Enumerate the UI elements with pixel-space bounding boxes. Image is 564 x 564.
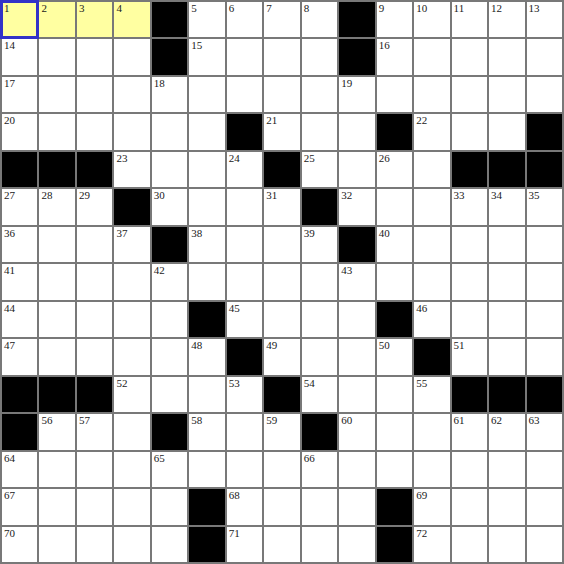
clue-number: 35	[529, 189, 540, 202]
cell-r11c10[interactable]	[339, 377, 374, 412]
clue-number: 28	[41, 189, 52, 202]
cell-r12c15[interactable]: 63	[527, 414, 562, 449]
cell-r1c6[interactable]: 5	[189, 2, 224, 37]
cell-r4c9[interactable]	[302, 114, 337, 149]
clue-number: 19	[341, 77, 352, 90]
cell-r3c8[interactable]	[264, 77, 299, 112]
cell-r8c8[interactable]	[264, 264, 299, 299]
black-cell-r15c11	[377, 527, 412, 562]
cell-r1c11[interactable]: 9	[377, 2, 412, 37]
cell-r14c9[interactable]	[302, 489, 337, 524]
cell-r15c5[interactable]	[152, 527, 187, 562]
cell-r4c2[interactable]	[39, 114, 74, 149]
cell-r1c3[interactable]: 3	[77, 2, 112, 37]
black-cell-r6c4	[114, 189, 149, 224]
cell-r5c11[interactable]: 26	[377, 152, 412, 187]
cell-r12c2[interactable]: 56	[39, 414, 74, 449]
cell-r11c11[interactable]	[377, 377, 412, 412]
clue-number: 51	[454, 339, 465, 352]
cell-r7c15[interactable]	[527, 227, 562, 262]
clue-number: 59	[266, 414, 277, 427]
cell-r7c14[interactable]	[489, 227, 524, 262]
cell-r6c10[interactable]: 32	[339, 189, 374, 224]
cell-r5c7[interactable]: 24	[227, 152, 262, 187]
black-cell-r5c14	[489, 152, 524, 187]
clue-number: 16	[379, 39, 390, 52]
cell-r8c2[interactable]	[39, 264, 74, 299]
black-cell-r7c5	[152, 227, 187, 262]
clue-number: 31	[266, 189, 277, 202]
cell-r15c9[interactable]	[302, 527, 337, 562]
clue-number: 57	[79, 414, 90, 427]
black-cell-r11c8	[264, 377, 299, 412]
cell-r4c10[interactable]	[339, 114, 374, 149]
clue-number: 58	[191, 414, 202, 427]
cell-r3c9[interactable]	[302, 77, 337, 112]
clue-number: 8	[304, 2, 310, 15]
cell-r10c10[interactable]	[339, 339, 374, 374]
cell-r2c11[interactable]: 16	[377, 39, 412, 74]
clue-number: 41	[4, 264, 15, 277]
cell-r4c1[interactable]: 20	[2, 114, 37, 149]
cell-r7c4[interactable]: 37	[114, 227, 149, 262]
black-cell-r12c9	[302, 414, 337, 449]
cell-r1c2[interactable]: 2	[39, 2, 74, 37]
cell-r3c2[interactable]	[39, 77, 74, 112]
cell-r14c10[interactable]	[339, 489, 374, 524]
cell-r13c7[interactable]	[227, 452, 262, 487]
cell-r7c9[interactable]: 39	[302, 227, 337, 262]
cell-r8c11[interactable]	[377, 264, 412, 299]
clue-number: 24	[229, 152, 240, 165]
cell-r1c12[interactable]: 10	[414, 2, 449, 37]
clue-number: 7	[266, 2, 272, 15]
clue-number: 37	[116, 227, 127, 240]
clue-number: 49	[266, 339, 277, 352]
cell-r12c10[interactable]: 60	[339, 414, 374, 449]
cell-r8c7[interactable]	[227, 264, 262, 299]
cell-r10c13[interactable]: 51	[452, 339, 487, 374]
cell-r3c4[interactable]	[114, 77, 149, 112]
black-cell-r5c8	[264, 152, 299, 187]
clue-number: 69	[416, 489, 427, 502]
cell-r9c10[interactable]	[339, 302, 374, 337]
clue-number: 5	[191, 2, 197, 15]
cell-r13c2[interactable]	[39, 452, 74, 487]
clue-number: 71	[229, 527, 240, 540]
cell-r13c11[interactable]	[377, 452, 412, 487]
cell-r7c12[interactable]	[414, 227, 449, 262]
black-cell-r4c11	[377, 114, 412, 149]
cell-r9c1[interactable]: 44	[2, 302, 37, 337]
cell-r2c3[interactable]	[77, 39, 112, 74]
cell-r3c6[interactable]	[189, 77, 224, 112]
clue-number: 64	[4, 452, 15, 465]
clue-number: 48	[191, 339, 202, 352]
clue-number: 29	[79, 189, 90, 202]
cell-r2c6[interactable]: 15	[189, 39, 224, 74]
cell-r3c14[interactable]	[489, 77, 524, 112]
cell-r1c4[interactable]: 4	[114, 2, 149, 37]
cell-r7c13[interactable]	[452, 227, 487, 262]
cell-r9c15[interactable]	[527, 302, 562, 337]
cell-r9c9[interactable]	[302, 302, 337, 337]
cell-r2c15[interactable]	[527, 39, 562, 74]
cell-r12c11[interactable]	[377, 414, 412, 449]
black-cell-r4c15	[527, 114, 562, 149]
clue-number: 56	[41, 414, 52, 427]
clue-number: 50	[379, 339, 390, 352]
cell-r13c6[interactable]	[189, 452, 224, 487]
black-cell-r1c5	[152, 2, 187, 37]
clue-number: 38	[191, 227, 202, 240]
cell-r15c1[interactable]: 70	[2, 527, 37, 562]
black-cell-r14c11	[377, 489, 412, 524]
clue-number: 23	[116, 152, 127, 165]
cell-r5c12[interactable]	[414, 152, 449, 187]
black-cell-r11c13	[452, 377, 487, 412]
clue-number: 62	[491, 414, 502, 427]
cell-r9c13[interactable]	[452, 302, 487, 337]
cell-r6c5[interactable]: 30	[152, 189, 187, 224]
clue-number: 65	[154, 452, 165, 465]
black-cell-r5c1	[2, 152, 37, 187]
black-cell-r5c13	[452, 152, 487, 187]
cell-r4c6[interactable]	[189, 114, 224, 149]
cell-r12c3[interactable]: 57	[77, 414, 112, 449]
clue-number: 10	[416, 2, 427, 15]
cell-r3c5[interactable]: 18	[152, 77, 187, 112]
cell-r8c14[interactable]	[489, 264, 524, 299]
clue-number: 44	[4, 302, 15, 315]
cell-r9c4[interactable]	[114, 302, 149, 337]
cell-r5c6[interactable]	[189, 152, 224, 187]
clue-number: 40	[379, 227, 390, 240]
black-cell-r12c5	[152, 414, 187, 449]
cell-r5c5[interactable]	[152, 152, 187, 187]
clue-number: 1	[4, 2, 10, 15]
cell-r14c15[interactable]	[527, 489, 562, 524]
clue-number: 27	[4, 189, 15, 202]
cell-r7c11[interactable]: 40	[377, 227, 412, 262]
cell-r10c3[interactable]	[77, 339, 112, 374]
cell-r10c8[interactable]: 49	[264, 339, 299, 374]
clue-number: 2	[41, 2, 47, 15]
cell-r1c15[interactable]: 13	[527, 2, 562, 37]
cell-r8c10[interactable]: 43	[339, 264, 374, 299]
black-cell-r7c10	[339, 227, 374, 262]
cell-r10c5[interactable]	[152, 339, 187, 374]
cell-r14c7[interactable]: 68	[227, 489, 262, 524]
cell-r15c15[interactable]	[527, 527, 562, 562]
clue-number: 33	[454, 189, 465, 202]
black-cell-r10c7	[227, 339, 262, 374]
cell-r11c6[interactable]	[189, 377, 224, 412]
cell-r10c14[interactable]	[489, 339, 524, 374]
cell-r10c9[interactable]	[302, 339, 337, 374]
cell-r14c1[interactable]: 67	[2, 489, 37, 524]
cell-r3c3[interactable]	[77, 77, 112, 112]
cell-r8c12[interactable]	[414, 264, 449, 299]
cell-r14c3[interactable]	[77, 489, 112, 524]
cell-r2c2[interactable]	[39, 39, 74, 74]
cell-r7c2[interactable]	[39, 227, 74, 262]
clue-number: 55	[416, 377, 427, 390]
black-cell-r11c2	[39, 377, 74, 412]
black-cell-r15c6	[189, 527, 224, 562]
black-cell-r5c3	[77, 152, 112, 187]
clue-number: 36	[4, 227, 15, 240]
clue-number: 15	[191, 39, 202, 52]
cell-r15c12[interactable]: 72	[414, 527, 449, 562]
cell-r8c3[interactable]	[77, 264, 112, 299]
cell-r14c12[interactable]: 69	[414, 489, 449, 524]
cell-r11c12[interactable]: 55	[414, 377, 449, 412]
black-cell-r11c1	[2, 377, 37, 412]
clue-number: 22	[416, 114, 427, 127]
cell-r2c8[interactable]	[264, 39, 299, 74]
cell-r2c7[interactable]	[227, 39, 262, 74]
black-cell-r11c15	[527, 377, 562, 412]
cell-r15c3[interactable]	[77, 527, 112, 562]
cell-r8c9[interactable]	[302, 264, 337, 299]
clue-number: 4	[116, 2, 122, 15]
cell-r9c12[interactable]: 46	[414, 302, 449, 337]
clue-number: 70	[4, 527, 15, 540]
cell-r4c14[interactable]	[489, 114, 524, 149]
cell-r3c1[interactable]: 17	[2, 77, 37, 112]
cell-r14c13[interactable]	[452, 489, 487, 524]
cell-r12c13[interactable]: 61	[452, 414, 487, 449]
clue-number: 18	[154, 77, 165, 90]
cell-r13c9[interactable]: 66	[302, 452, 337, 487]
cell-r6c12[interactable]	[414, 189, 449, 224]
cell-r10c6[interactable]: 48	[189, 339, 224, 374]
cell-r10c2[interactable]	[39, 339, 74, 374]
cell-r3c12[interactable]	[414, 77, 449, 112]
clue-number: 21	[266, 114, 277, 127]
clue-number: 60	[341, 414, 352, 427]
clue-number: 17	[4, 77, 15, 90]
cell-r1c7[interactable]: 6	[227, 2, 262, 37]
cell-r15c14[interactable]	[489, 527, 524, 562]
clue-number: 11	[454, 2, 465, 15]
black-cell-r9c6	[189, 302, 224, 337]
black-cell-r5c15	[527, 152, 562, 187]
cell-r4c13[interactable]	[452, 114, 487, 149]
clue-number: 68	[229, 489, 240, 502]
clue-number: 12	[491, 2, 502, 15]
cell-r9c7[interactable]: 45	[227, 302, 262, 337]
cell-r4c8[interactable]: 21	[264, 114, 299, 149]
cell-r1c13[interactable]: 11	[452, 2, 487, 37]
cell-r2c13[interactable]	[452, 39, 487, 74]
black-cell-r4c7	[227, 114, 262, 149]
cell-r4c5[interactable]	[152, 114, 187, 149]
cell-r13c15[interactable]	[527, 452, 562, 487]
clue-number: 53	[229, 377, 240, 390]
cell-r3c7[interactable]	[227, 77, 262, 112]
cell-r3c11[interactable]	[377, 77, 412, 112]
cell-r1c14[interactable]: 12	[489, 2, 524, 37]
black-cell-r12c1	[2, 414, 37, 449]
cell-r8c6[interactable]	[189, 264, 224, 299]
black-cell-r1c10	[339, 2, 374, 37]
black-cell-r11c3	[77, 377, 112, 412]
cell-r4c4[interactable]	[114, 114, 149, 149]
cell-r6c8[interactable]: 31	[264, 189, 299, 224]
cell-r6c3[interactable]: 29	[77, 189, 112, 224]
clue-number: 67	[4, 489, 15, 502]
cell-r6c6[interactable]	[189, 189, 224, 224]
cell-r12c4[interactable]	[114, 414, 149, 449]
cell-r1c8[interactable]: 7	[264, 2, 299, 37]
cell-r13c12[interactable]	[414, 452, 449, 487]
black-cell-r9c11	[377, 302, 412, 337]
cell-r12c6[interactable]: 58	[189, 414, 224, 449]
cell-r1c1[interactable]: 1	[2, 2, 37, 37]
cell-r5c10[interactable]	[339, 152, 374, 187]
cell-r11c5[interactable]	[152, 377, 187, 412]
cell-r13c5[interactable]: 65	[152, 452, 187, 487]
clue-number: 42	[154, 264, 165, 277]
cell-r8c13[interactable]	[452, 264, 487, 299]
black-cell-r11c14	[489, 377, 524, 412]
cell-r3c15[interactable]	[527, 77, 562, 112]
cell-r11c9[interactable]: 54	[302, 377, 337, 412]
clue-number: 14	[4, 39, 15, 52]
cell-r9c3[interactable]	[77, 302, 112, 337]
cell-r6c2[interactable]: 28	[39, 189, 74, 224]
cell-r15c7[interactable]: 71	[227, 527, 262, 562]
clue-number: 66	[304, 452, 315, 465]
clue-number: 25	[304, 152, 315, 165]
cell-r12c8[interactable]: 59	[264, 414, 299, 449]
cell-r13c10[interactable]	[339, 452, 374, 487]
cell-r1c9[interactable]: 8	[302, 2, 337, 37]
black-cell-r5c2	[39, 152, 74, 187]
clue-number: 46	[416, 302, 427, 315]
cell-r5c9[interactable]: 25	[302, 152, 337, 187]
cell-r9c8[interactable]	[264, 302, 299, 337]
cell-r8c1[interactable]: 41	[2, 264, 37, 299]
black-cell-r10c12	[414, 339, 449, 374]
black-cell-r14c6	[189, 489, 224, 524]
cell-r10c15[interactable]	[527, 339, 562, 374]
cell-r7c8[interactable]	[264, 227, 299, 262]
clue-number: 39	[304, 227, 315, 240]
cell-r9c5[interactable]	[152, 302, 187, 337]
cell-r7c1[interactable]: 36	[2, 227, 37, 262]
clue-number: 6	[229, 2, 235, 15]
cell-r6c7[interactable]	[227, 189, 262, 224]
cell-r13c13[interactable]	[452, 452, 487, 487]
cell-r15c13[interactable]	[452, 527, 487, 562]
cell-r13c14[interactable]	[489, 452, 524, 487]
cell-r10c1[interactable]: 47	[2, 339, 37, 374]
clue-number: 3	[79, 2, 85, 15]
cell-r15c10[interactable]	[339, 527, 374, 562]
cell-r2c12[interactable]	[414, 39, 449, 74]
cell-r2c9[interactable]	[302, 39, 337, 74]
cell-r7c3[interactable]	[77, 227, 112, 262]
cell-r14c8[interactable]	[264, 489, 299, 524]
cell-r2c4[interactable]	[114, 39, 149, 74]
clue-number: 63	[529, 414, 540, 427]
cell-r8c5[interactable]: 42	[152, 264, 187, 299]
cell-r2c1[interactable]: 14	[2, 39, 37, 74]
clue-number: 13	[529, 2, 540, 15]
cell-r11c4[interactable]: 52	[114, 377, 149, 412]
cell-r5c4[interactable]: 23	[114, 152, 149, 187]
clue-number: 45	[229, 302, 240, 315]
cell-r11c7[interactable]: 53	[227, 377, 262, 412]
cell-r4c3[interactable]	[77, 114, 112, 149]
cell-r9c14[interactable]	[489, 302, 524, 337]
clue-number: 34	[491, 189, 502, 202]
cell-r14c14[interactable]	[489, 489, 524, 524]
cell-r13c4[interactable]	[114, 452, 149, 487]
clue-number: 20	[4, 114, 15, 127]
cell-r2c14[interactable]	[489, 39, 524, 74]
clue-number: 9	[379, 2, 385, 15]
cell-r9c2[interactable]	[39, 302, 74, 337]
cell-r15c2[interactable]	[39, 527, 74, 562]
cell-r7c6[interactable]: 38	[189, 227, 224, 262]
cell-r13c1[interactable]: 64	[2, 452, 37, 487]
clue-number: 43	[341, 264, 352, 277]
cell-r6c14[interactable]: 34	[489, 189, 524, 224]
cell-r6c13[interactable]: 33	[452, 189, 487, 224]
cell-r6c15[interactable]: 35	[527, 189, 562, 224]
clue-number: 47	[4, 339, 15, 352]
black-cell-r2c10	[339, 39, 374, 74]
cell-r12c7[interactable]	[227, 414, 262, 449]
crossword-grid: 1234567891011121314151617181920212223242…	[0, 0, 564, 564]
cell-r15c4[interactable]	[114, 527, 149, 562]
cell-r7c7[interactable]	[227, 227, 262, 262]
cell-r6c11[interactable]	[377, 189, 412, 224]
black-cell-r2c5	[152, 39, 187, 74]
cell-r4c12[interactable]: 22	[414, 114, 449, 149]
clue-number: 32	[341, 189, 352, 202]
clue-number: 61	[454, 414, 465, 427]
black-cell-r6c9	[302, 189, 337, 224]
clue-number: 54	[304, 377, 315, 390]
cell-r10c11[interactable]: 50	[377, 339, 412, 374]
cell-r6c1[interactable]: 27	[2, 189, 37, 224]
cell-r12c12[interactable]	[414, 414, 449, 449]
cell-r13c3[interactable]	[77, 452, 112, 487]
clue-number: 26	[379, 152, 390, 165]
cell-r15c8[interactable]	[264, 527, 299, 562]
cell-r8c4[interactable]	[114, 264, 149, 299]
clue-number: 52	[116, 377, 127, 390]
cell-r3c10[interactable]: 19	[339, 77, 374, 112]
cell-r3c13[interactable]	[452, 77, 487, 112]
cell-r14c5[interactable]	[152, 489, 187, 524]
cell-r14c2[interactable]	[39, 489, 74, 524]
cell-r10c4[interactable]	[114, 339, 149, 374]
cell-r13c8[interactable]	[264, 452, 299, 487]
cell-r8c15[interactable]	[527, 264, 562, 299]
clue-number: 30	[154, 189, 165, 202]
cell-r14c4[interactable]	[114, 489, 149, 524]
cell-r12c14[interactable]: 62	[489, 414, 524, 449]
clue-number: 72	[416, 527, 427, 540]
